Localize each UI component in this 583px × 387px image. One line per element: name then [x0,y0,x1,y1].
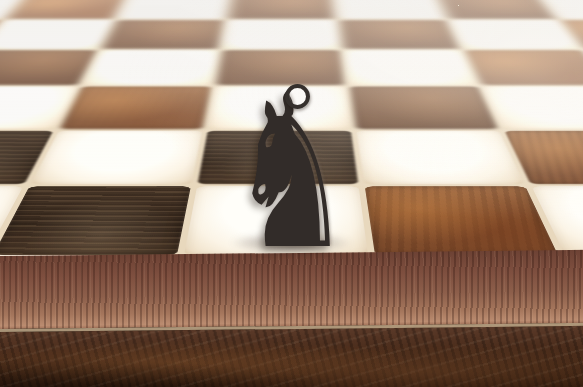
square-c1[interactable] [0,186,191,255]
square-c2[interactable] [30,131,202,184]
square-c4[interactable] [83,50,218,85]
square-e6[interactable] [336,0,446,19]
square-e3[interactable] [349,86,498,129]
square-c5[interactable] [102,20,224,49]
square-f4[interactable] [466,50,583,85]
square-d5[interactable] [223,20,340,49]
square-c6[interactable] [118,0,230,19]
square-b4[interactable] [0,50,97,85]
chessboard-photo-scene: ♞ [0,0,583,387]
square-e5[interactable] [340,20,461,49]
square-b5[interactable] [0,20,113,49]
square-e2[interactable] [356,131,525,184]
square-e1[interactable] [364,186,558,255]
square-f3[interactable] [483,86,583,129]
square-b6[interactable] [7,0,127,19]
black-knight-piece[interactable]: ♞ [212,60,370,256]
black-knight-glyph: ♞ [230,98,352,248]
board-frame-front-face [0,323,583,387]
square-f5[interactable] [451,20,582,49]
square-d6[interactable] [229,0,336,19]
square-c3[interactable] [60,86,211,129]
square-f6[interactable] [438,0,557,19]
pendant-loop-icon [285,84,310,109]
